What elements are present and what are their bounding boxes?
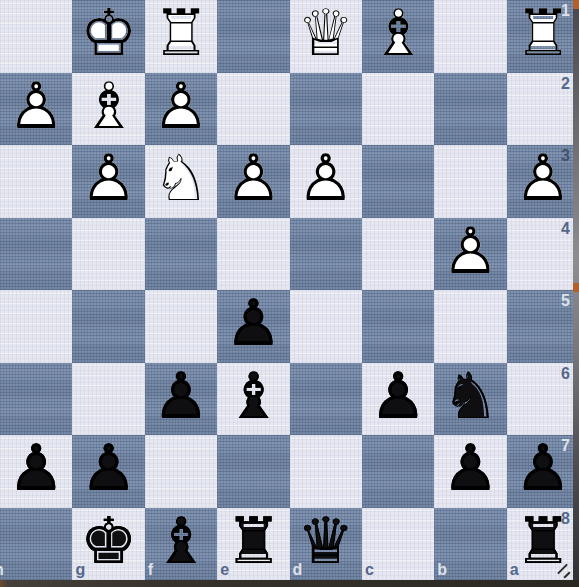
square-g7[interactable]: ♟♙ (72, 435, 144, 508)
square-e7[interactable] (217, 435, 289, 508)
square-d5[interactable] (290, 290, 362, 363)
piece-outline-glyph: ♘ (442, 364, 499, 428)
square-g8[interactable]: g♚♔ (72, 508, 144, 581)
rank-label-5: 5 (561, 292, 570, 310)
square-h8[interactable]: h (0, 508, 72, 581)
square-a6[interactable]: 6 (507, 363, 579, 436)
square-g3[interactable]: ♟♙ (72, 145, 144, 218)
piece-outline-glyph: ♙ (80, 437, 137, 501)
square-h1[interactable] (0, 0, 72, 73)
piece-black-queen-d8[interactable]: ♛♕ (290, 508, 362, 581)
square-d3[interactable]: ♟♙ (290, 145, 362, 218)
square-h5[interactable] (0, 290, 72, 363)
square-f4[interactable] (145, 218, 217, 291)
piece-black-bishop-e6[interactable]: ♝♗ (217, 363, 289, 436)
square-h6[interactable] (0, 363, 72, 436)
piece-white-bishop-g2[interactable]: ♝♗ (72, 73, 144, 146)
square-c3[interactable] (362, 145, 434, 218)
piece-outline-glyph: ♗ (225, 364, 282, 428)
piece-outline-glyph: ♙ (297, 147, 354, 211)
square-b2[interactable] (434, 73, 506, 146)
square-h2[interactable]: ♟♙ (0, 73, 72, 146)
piece-outline-glyph: ♕ (297, 2, 354, 66)
square-h3[interactable] (0, 145, 72, 218)
piece-white-bishop-c1[interactable]: ♝♗ (362, 0, 434, 73)
square-d2[interactable] (290, 73, 362, 146)
piece-black-pawn-a7[interactable]: ♟♙ (507, 435, 579, 508)
square-g1[interactable]: ♚♔ (72, 0, 144, 73)
square-d6[interactable] (290, 363, 362, 436)
piece-white-king-g1[interactable]: ♚♔ (72, 0, 144, 73)
orange-corner-accent (573, 0, 579, 9)
piece-black-pawn-h7[interactable]: ♟♙ (0, 435, 72, 508)
resize-grip-line-short (563, 571, 570, 578)
square-g5[interactable] (72, 290, 144, 363)
square-b7[interactable]: ♟♙ (434, 435, 506, 508)
piece-white-rook-a1[interactable]: ♜♖ (507, 0, 579, 73)
chess-board-screenshot: ♚♔♜♖♛♕♝♗1♜♖♟♙♝♗♟♙2♟♙♞♘♟♙♟♙3♟♙♟♙4♟♙5♟♙♝♗♟… (0, 0, 579, 587)
piece-outline-glyph: ♙ (152, 74, 209, 138)
piece-outline-glyph: ♙ (514, 437, 571, 501)
piece-outline-glyph: ♔ (80, 509, 137, 573)
piece-outline-glyph: ♔ (80, 2, 137, 66)
piece-white-pawn-e3[interactable]: ♟♙ (217, 145, 289, 218)
piece-black-knight-b6[interactable]: ♞♘ (434, 363, 506, 436)
square-f6[interactable]: ♟♙ (145, 363, 217, 436)
piece-white-pawn-b4[interactable]: ♟♙ (434, 218, 506, 291)
piece-outline-glyph: ♙ (8, 437, 65, 501)
piece-black-rook-e8[interactable]: ♜♖ (217, 508, 289, 581)
piece-outline-glyph: ♘ (152, 147, 209, 211)
square-h7[interactable]: ♟♙ (0, 435, 72, 508)
piece-outline-glyph: ♕ (297, 509, 354, 573)
piece-outline-glyph: ♗ (152, 509, 209, 573)
piece-black-pawn-f6[interactable]: ♟♙ (145, 363, 217, 436)
square-c4[interactable] (362, 218, 434, 291)
piece-outline-glyph: ♙ (8, 74, 65, 138)
rank-label-4: 4 (561, 220, 570, 238)
square-g2[interactable]: ♝♗ (72, 73, 144, 146)
piece-white-pawn-a3[interactable]: ♟♙ (507, 145, 579, 218)
piece-white-rook-f1[interactable]: ♜♖ (145, 0, 217, 73)
piece-outline-glyph: ♗ (369, 2, 426, 66)
square-f5[interactable] (145, 290, 217, 363)
square-g6[interactable] (72, 363, 144, 436)
piece-black-pawn-e5[interactable]: ♟♙ (217, 290, 289, 363)
piece-outline-glyph: ♙ (369, 364, 426, 428)
square-b6[interactable]: ♞♘ (434, 363, 506, 436)
piece-white-knight-f3[interactable]: ♞♘ (145, 145, 217, 218)
piece-black-pawn-b7[interactable]: ♟♙ (434, 435, 506, 508)
rank-label-2: 2 (561, 75, 570, 93)
square-a5[interactable]: 5 (507, 290, 579, 363)
square-d7[interactable] (290, 435, 362, 508)
square-d8[interactable]: d♛♕ (290, 508, 362, 581)
square-d1[interactable]: ♛♕ (290, 0, 362, 73)
square-c7[interactable] (362, 435, 434, 508)
square-f3[interactable]: ♞♘ (145, 145, 217, 218)
square-c8[interactable]: c (362, 508, 434, 581)
piece-black-pawn-g7[interactable]: ♟♙ (72, 435, 144, 508)
square-b1[interactable] (434, 0, 506, 73)
board-bottom-edge (0, 580, 579, 587)
piece-white-pawn-f2[interactable]: ♟♙ (145, 73, 217, 146)
square-a3[interactable]: 3♟♙ (507, 145, 579, 218)
square-g4[interactable] (72, 218, 144, 291)
square-f2[interactable]: ♟♙ (145, 73, 217, 146)
piece-white-pawn-h2[interactable]: ♟♙ (0, 73, 72, 146)
piece-outline-glyph: ♗ (80, 74, 137, 138)
piece-black-king-g8[interactable]: ♚♔ (72, 508, 144, 581)
piece-outline-glyph: ♙ (442, 219, 499, 283)
square-e1[interactable] (217, 0, 289, 73)
square-h4[interactable] (0, 218, 72, 291)
piece-black-bishop-f8[interactable]: ♝♗ (145, 508, 217, 581)
piece-white-pawn-d3[interactable]: ♟♙ (290, 145, 362, 218)
piece-white-pawn-g3[interactable]: ♟♙ (72, 145, 144, 218)
orange-edge-accent (573, 283, 579, 292)
piece-outline-glyph: ♙ (442, 437, 499, 501)
piece-outline-glyph: ♖ (514, 2, 571, 66)
file-label-h: h (0, 561, 4, 579)
square-f8[interactable]: f♝♗ (145, 508, 217, 581)
square-e4[interactable] (217, 218, 289, 291)
square-b4[interactable]: ♟♙ (434, 218, 506, 291)
piece-outline-glyph: ♙ (225, 292, 282, 356)
square-a2[interactable]: 2 (507, 73, 579, 146)
square-a1[interactable]: 1♜♖ (507, 0, 579, 73)
square-f1[interactable]: ♜♖ (145, 0, 217, 73)
file-label-b: b (437, 561, 447, 579)
square-e5[interactable]: ♟♙ (217, 290, 289, 363)
piece-black-pawn-c6[interactable]: ♟♙ (362, 363, 434, 436)
square-b3[interactable] (434, 145, 506, 218)
chess-board: ♚♔♜♖♛♕♝♗1♜♖♟♙♝♗♟♙2♟♙♞♘♟♙♟♙3♟♙♟♙4♟♙5♟♙♝♗♟… (0, 0, 579, 580)
piece-white-queen-d1[interactable]: ♛♕ (290, 0, 362, 73)
rank-label-6: 6 (561, 365, 570, 383)
square-b5[interactable] (434, 290, 506, 363)
square-e2[interactable] (217, 73, 289, 146)
file-label-c: c (365, 561, 374, 579)
piece-outline-glyph: ♙ (225, 147, 282, 211)
piece-outline-glyph: ♖ (152, 2, 209, 66)
resize-grip-icon[interactable] (556, 563, 572, 578)
square-d4[interactable] (290, 218, 362, 291)
square-e3[interactable]: ♟♙ (217, 145, 289, 218)
square-c1[interactable]: ♝♗ (362, 0, 434, 73)
square-f7[interactable] (145, 435, 217, 508)
square-c2[interactable] (362, 73, 434, 146)
square-a7[interactable]: 7♟♙ (507, 435, 579, 508)
square-e6[interactable]: ♝♗ (217, 363, 289, 436)
piece-outline-glyph: ♙ (152, 364, 209, 428)
piece-outline-glyph: ♖ (225, 509, 282, 573)
square-c5[interactable] (362, 290, 434, 363)
square-e8[interactable]: e♜♖ (217, 508, 289, 581)
square-c6[interactable]: ♟♙ (362, 363, 434, 436)
piece-outline-glyph: ♙ (514, 147, 571, 211)
square-a4[interactable]: 4 (507, 218, 579, 291)
piece-outline-glyph: ♙ (80, 147, 137, 211)
square-b8[interactable]: b (434, 508, 506, 581)
